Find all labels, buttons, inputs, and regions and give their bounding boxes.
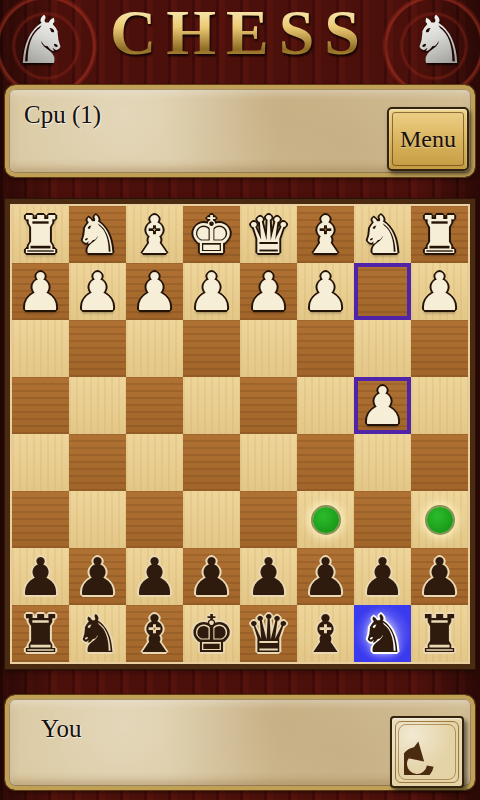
square-c3[interactable] <box>297 320 354 377</box>
menu-button-label: Menu <box>400 126 456 153</box>
square-d5[interactable] <box>240 434 297 491</box>
square-f2[interactable]: ♟ <box>126 263 183 320</box>
white-pawn: ♟ <box>74 266 121 318</box>
knight-head-right-icon: ♞ <box>409 0 468 84</box>
opponent-label: Cpu (1) <box>24 101 101 129</box>
black-queen: ♛ <box>245 608 292 660</box>
square-c6[interactable] <box>297 491 354 548</box>
square-b2[interactable] <box>354 263 411 320</box>
square-d2[interactable]: ♟ <box>240 263 297 320</box>
knight-head-left-icon: ♞ <box>12 0 71 84</box>
black-pawn: ♟ <box>17 551 64 603</box>
white-king: ♚ <box>188 209 235 261</box>
player-bar: You <box>5 695 475 790</box>
square-d4[interactable] <box>240 377 297 434</box>
square-f8[interactable]: ♝ <box>126 605 183 662</box>
square-d1[interactable]: ♛ <box>240 206 297 263</box>
square-c7[interactable]: ♟ <box>297 548 354 605</box>
title-banner: CHESS ♞ ♞ <box>0 0 480 86</box>
square-g2[interactable]: ♟ <box>69 263 126 320</box>
black-knight: ♞ <box>74 608 121 660</box>
square-b5[interactable] <box>354 434 411 491</box>
black-knight: ♞ <box>359 608 406 660</box>
white-pawn: ♟ <box>188 266 235 318</box>
white-bishop: ♝ <box>302 209 349 261</box>
square-h5[interactable] <box>12 434 69 491</box>
square-e7[interactable]: ♟ <box>183 548 240 605</box>
square-h8[interactable]: ♜ <box>12 605 69 662</box>
square-f6[interactable] <box>126 491 183 548</box>
square-d8[interactable]: ♛ <box>240 605 297 662</box>
square-f7[interactable]: ♟ <box>126 548 183 605</box>
black-bishop: ♝ <box>131 608 178 660</box>
black-bishop: ♝ <box>302 608 349 660</box>
square-e3[interactable] <box>183 320 240 377</box>
square-h2[interactable]: ♟ <box>12 263 69 320</box>
black-pawn: ♟ <box>245 551 292 603</box>
black-pawn: ♟ <box>416 551 463 603</box>
black-pawn: ♟ <box>359 551 406 603</box>
square-g8[interactable]: ♞ <box>69 605 126 662</box>
square-b8[interactable]: ♞ <box>354 605 411 662</box>
square-d7[interactable]: ♟ <box>240 548 297 605</box>
white-knight: ♞ <box>359 209 406 261</box>
square-g7[interactable]: ♟ <box>69 548 126 605</box>
black-rook: ♜ <box>17 608 64 660</box>
square-b1[interactable]: ♞ <box>354 206 411 263</box>
square-e1[interactable]: ♚ <box>183 206 240 263</box>
square-a2[interactable]: ♟ <box>411 263 468 320</box>
square-g1[interactable]: ♞ <box>69 206 126 263</box>
square-h1[interactable]: ♜ <box>12 206 69 263</box>
black-pawn: ♟ <box>188 551 235 603</box>
square-b3[interactable] <box>354 320 411 377</box>
square-g3[interactable] <box>69 320 126 377</box>
opponent-bar: Cpu (1) Menu <box>5 85 475 177</box>
black-rook: ♜ <box>416 608 463 660</box>
square-f1[interactable]: ♝ <box>126 206 183 263</box>
white-pawn: ♟ <box>359 380 406 432</box>
white-bishop: ♝ <box>131 209 178 261</box>
square-b4[interactable]: ♟ <box>354 377 411 434</box>
square-a8[interactable]: ♜ <box>411 605 468 662</box>
legal-move-dot[interactable] <box>313 507 339 533</box>
board-frame: ♜♞♝♚♛♝♞♜♟♟♟♟♟♟♟♟♟♟♟♟♟♟♟♟♜♞♝♚♛♝♞♜ <box>5 199 475 669</box>
legal-move-dot[interactable] <box>427 507 453 533</box>
square-h4[interactable] <box>12 377 69 434</box>
square-h3[interactable] <box>12 320 69 377</box>
square-f5[interactable] <box>126 434 183 491</box>
white-knight: ♞ <box>74 209 121 261</box>
black-pawn: ♟ <box>131 551 178 603</box>
square-e2[interactable]: ♟ <box>183 263 240 320</box>
white-rook: ♜ <box>17 209 64 261</box>
white-rook: ♜ <box>416 209 463 261</box>
square-e5[interactable] <box>183 434 240 491</box>
square-a1[interactable]: ♜ <box>411 206 468 263</box>
square-c8[interactable]: ♝ <box>297 605 354 662</box>
white-queen: ♛ <box>245 209 292 261</box>
square-c4[interactable] <box>297 377 354 434</box>
black-pawn: ♟ <box>302 551 349 603</box>
square-b6[interactable] <box>354 491 411 548</box>
white-pawn: ♟ <box>302 266 349 318</box>
square-g4[interactable] <box>69 377 126 434</box>
square-f4[interactable] <box>126 377 183 434</box>
square-b7[interactable]: ♟ <box>354 548 411 605</box>
white-pawn: ♟ <box>416 266 463 318</box>
chess-board: ♜♞♝♚♛♝♞♜♟♟♟♟♟♟♟♟♟♟♟♟♟♟♟♟♜♞♝♚♛♝♞♜ <box>12 206 468 662</box>
square-h6[interactable] <box>12 491 69 548</box>
chess-app-screen: { "game": "chess", "header": { "title": … <box>0 0 480 800</box>
square-e8[interactable]: ♚ <box>183 605 240 662</box>
undo-button[interactable] <box>390 716 464 788</box>
square-a4[interactable] <box>411 377 468 434</box>
white-pawn: ♟ <box>17 266 64 318</box>
square-a6[interactable] <box>411 491 468 548</box>
square-c2[interactable]: ♟ <box>297 263 354 320</box>
player-label: You <box>41 715 82 743</box>
square-f3[interactable] <box>126 320 183 377</box>
white-pawn: ♟ <box>245 266 292 318</box>
black-king: ♚ <box>188 608 235 660</box>
undo-arrow-icon <box>404 729 450 775</box>
square-c1[interactable]: ♝ <box>297 206 354 263</box>
white-pawn: ♟ <box>131 266 178 318</box>
square-d6[interactable] <box>240 491 297 548</box>
square-a3[interactable] <box>411 320 468 377</box>
square-d3[interactable] <box>240 320 297 377</box>
square-c5[interactable] <box>297 434 354 491</box>
square-e4[interactable] <box>183 377 240 434</box>
square-g6[interactable] <box>69 491 126 548</box>
square-a5[interactable] <box>411 434 468 491</box>
black-pawn: ♟ <box>74 551 121 603</box>
square-h7[interactable]: ♟ <box>12 548 69 605</box>
square-g5[interactable] <box>69 434 126 491</box>
square-a7[interactable]: ♟ <box>411 548 468 605</box>
square-e6[interactable] <box>183 491 240 548</box>
menu-button[interactable]: Menu <box>387 107 469 171</box>
